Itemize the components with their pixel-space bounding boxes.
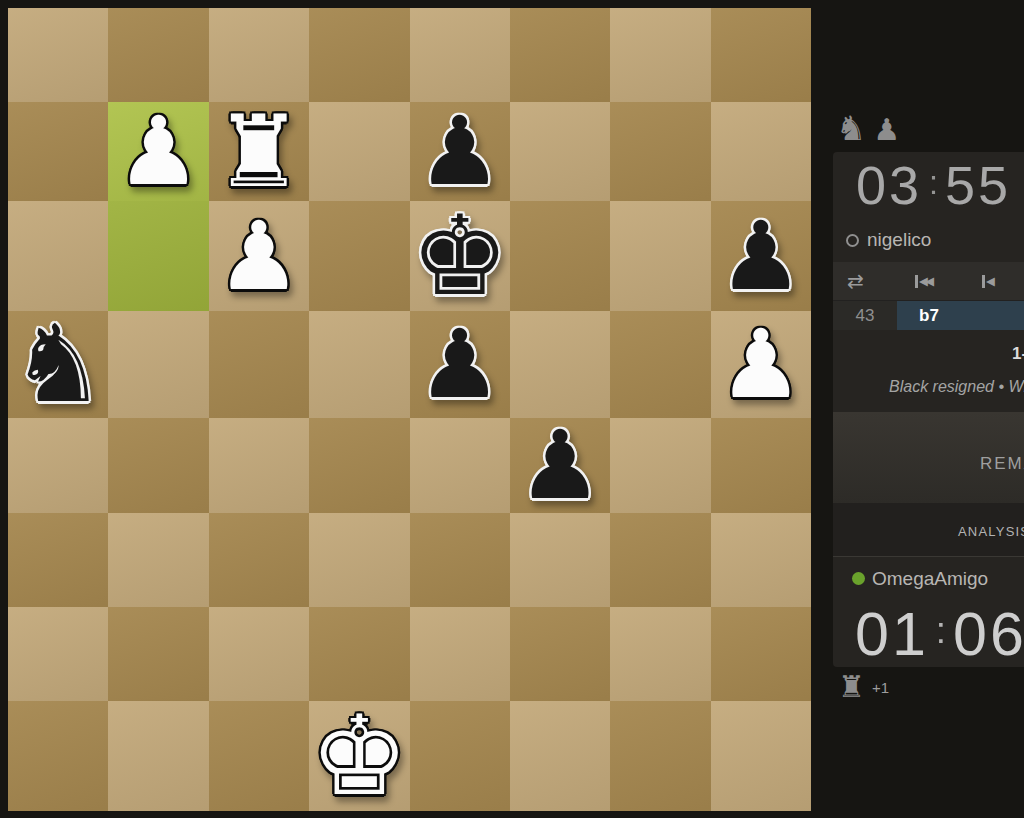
top-player-name[interactable]: nigelico (867, 229, 931, 251)
square-a8[interactable] (8, 8, 108, 102)
square-g8[interactable] (610, 8, 710, 102)
move-number: 43 (833, 301, 897, 330)
previous-move-bar-icon (982, 275, 985, 288)
game-sidebar: 03 : 55 nigelico ⇄ ◀◀ ◀ 43 b7 1-0 Black … (833, 152, 1024, 667)
top-player-clock: 03 : 55 (833, 152, 1024, 218)
square-d2[interactable] (309, 607, 409, 701)
rook-icon: ♜ (838, 671, 865, 703)
square-a1[interactable] (8, 701, 108, 811)
result-score: 1-0 (1012, 344, 1024, 364)
square-a7[interactable] (8, 102, 108, 201)
square-g5[interactable] (610, 311, 710, 418)
square-f2[interactable] (510, 607, 610, 701)
square-e8[interactable] (410, 8, 510, 102)
square-f6[interactable] (510, 201, 610, 311)
square-h2[interactable] (711, 607, 811, 701)
square-e6[interactable]: ♚ (410, 201, 510, 311)
top-clock-colon: : (929, 164, 938, 201)
top-clock-seconds: 55 (945, 154, 1011, 216)
first-move-icon: ◀◀ (919, 274, 934, 288)
flip-board-icon: ⇄ (847, 269, 864, 293)
flip-board-button[interactable]: ⇄ (847, 269, 864, 293)
material-value: +1 (872, 679, 889, 696)
black-king[interactable]: ♚ (410, 201, 509, 311)
move-list-row: 43 b7 (833, 300, 1024, 330)
replay-controls: ⇄ ◀◀ ◀ (833, 262, 1024, 300)
black-pawn[interactable]: ♟ (718, 209, 803, 304)
bottom-clock-seconds: 06 (953, 599, 1024, 668)
top-player: nigelico (833, 218, 1024, 262)
white-rook[interactable]: ♜ (215, 102, 304, 201)
square-e4[interactable] (410, 418, 510, 513)
square-c3[interactable] (209, 513, 309, 607)
analysis-label: ANALYSIS (958, 524, 1024, 539)
white-pawn[interactable]: ♟ (116, 104, 201, 199)
analysis-button[interactable]: ANALYSIS (833, 503, 1024, 556)
top-clock-minutes: 03 (856, 154, 922, 216)
square-h7[interactable] (711, 102, 811, 201)
square-b7[interactable]: ♟ (108, 102, 208, 201)
square-c6[interactable]: ♟ (209, 201, 309, 311)
chess-board: ♟♜♟♟♚♟♞♟♟♟♚ (8, 8, 811, 811)
square-f8[interactable] (510, 8, 610, 102)
first-move-bar-icon (915, 275, 918, 288)
rematch-label: REMATCH (980, 454, 1024, 474)
captured-pieces-top: ♞ ♟ (836, 111, 900, 145)
square-e7[interactable]: ♟ (410, 102, 510, 201)
bottom-clock-minutes: 01 (855, 599, 929, 668)
square-a2[interactable] (8, 607, 108, 701)
black-pawn[interactable]: ♟ (417, 317, 502, 412)
square-b3[interactable] (108, 513, 208, 607)
square-h6[interactable]: ♟ (711, 201, 811, 311)
square-e3[interactable] (410, 513, 510, 607)
square-c8[interactable] (209, 8, 309, 102)
current-move[interactable]: b7 (897, 301, 1024, 330)
square-b5[interactable] (108, 311, 208, 418)
square-g2[interactable] (610, 607, 710, 701)
square-h1[interactable] (711, 701, 811, 811)
square-g7[interactable] (610, 102, 710, 201)
square-f1[interactable] (510, 701, 610, 811)
square-e1[interactable] (410, 701, 510, 811)
square-h8[interactable] (711, 8, 811, 102)
square-d7[interactable] (309, 102, 409, 201)
square-e5[interactable]: ♟ (410, 311, 510, 418)
bottom-player: OmegaAmigo (833, 556, 1024, 600)
result-message: Black resigned • White is victorious (889, 378, 1024, 396)
first-move-button[interactable]: ◀◀ (915, 274, 934, 288)
square-h5[interactable]: ♟ (711, 311, 811, 418)
offline-status-icon (846, 234, 859, 247)
previous-move-icon: ◀ (986, 274, 995, 288)
square-f7[interactable] (510, 102, 610, 201)
square-h3[interactable] (711, 513, 811, 607)
bottom-player-name[interactable]: OmegaAmigo (872, 568, 988, 590)
square-d5[interactable] (309, 311, 409, 418)
square-b1[interactable] (108, 701, 208, 811)
white-king[interactable]: ♚ (310, 701, 409, 811)
square-a4[interactable] (8, 418, 108, 513)
square-h4[interactable] (711, 418, 811, 513)
square-c7[interactable]: ♜ (209, 102, 309, 201)
square-d3[interactable] (309, 513, 409, 607)
square-a6[interactable] (8, 201, 108, 311)
square-d8[interactable] (309, 8, 409, 102)
square-c4[interactable] (209, 418, 309, 513)
square-b4[interactable] (108, 418, 208, 513)
square-c1[interactable] (209, 701, 309, 811)
square-g1[interactable] (610, 701, 710, 811)
square-g4[interactable] (610, 418, 710, 513)
square-a5[interactable]: ♞ (8, 311, 108, 418)
square-f3[interactable] (510, 513, 610, 607)
square-a3[interactable] (8, 513, 108, 607)
square-e2[interactable] (410, 607, 510, 701)
rematch-button[interactable]: REMATCH (833, 412, 1024, 503)
bottom-clock-colon: : (936, 610, 946, 652)
square-c2[interactable] (209, 607, 309, 701)
square-g6[interactable] (610, 201, 710, 311)
captured-knight-icon: ♞ (836, 111, 866, 145)
square-b6[interactable] (108, 201, 208, 311)
square-b2[interactable] (108, 607, 208, 701)
result-block: 1-0 Black resigned • White is victorious (833, 330, 1024, 412)
square-d1[interactable]: ♚ (309, 701, 409, 811)
captured-pawn-icon: ♟ (873, 114, 900, 145)
previous-move-button[interactable]: ◀ (982, 274, 995, 288)
square-d6[interactable] (309, 201, 409, 311)
square-c5[interactable] (209, 311, 309, 418)
online-status-icon (852, 572, 865, 585)
white-pawn[interactable]: ♟ (718, 317, 803, 412)
material-advantage: ♜ +1 (838, 671, 889, 703)
square-b8[interactable] (108, 8, 208, 102)
white-pawn[interactable]: ♟ (216, 209, 301, 304)
square-f5[interactable] (510, 311, 610, 418)
black-pawn[interactable]: ♟ (417, 104, 502, 199)
square-f4[interactable]: ♟ (510, 418, 610, 513)
square-g3[interactable] (610, 513, 710, 607)
square-d4[interactable] (309, 418, 409, 513)
bottom-player-clock: 01 : 06 (833, 600, 1024, 667)
black-knight[interactable]: ♞ (10, 311, 106, 418)
black-pawn[interactable]: ♟ (517, 418, 602, 513)
